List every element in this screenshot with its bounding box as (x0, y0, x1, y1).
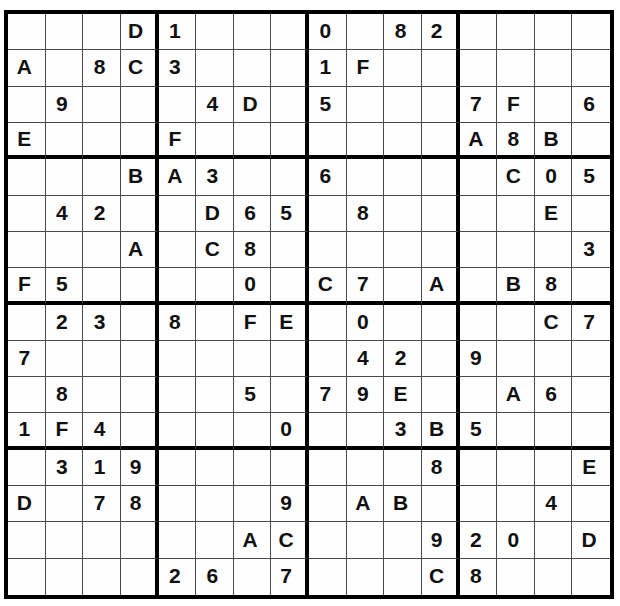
cell-r9c4[interactable] (121, 305, 159, 341)
cell-r9c11[interactable] (384, 305, 422, 341)
cell-r16c5: 2 (159, 559, 197, 595)
given-glyph: F (507, 93, 520, 114)
cell-r11c16[interactable] (572, 377, 610, 413)
cell-r16c8: 7 (271, 559, 309, 595)
cell-r11c9: 7 (309, 377, 347, 413)
cell-r9c12[interactable] (422, 305, 460, 341)
given-glyph: 2 (431, 20, 443, 41)
given-glyph: A (506, 383, 521, 404)
cell-r3c3[interactable] (83, 87, 121, 123)
cell-r7c15[interactable] (535, 232, 573, 268)
given-glyph: 7 (470, 93, 482, 114)
cell-r15c11[interactable] (384, 522, 422, 558)
cell-r16c10[interactable] (347, 559, 385, 595)
given-glyph: 7 (18, 347, 30, 368)
given-glyph: 2 (94, 202, 106, 223)
given-glyph: 2 (470, 529, 482, 550)
cell-r6c4[interactable] (121, 196, 159, 232)
cell-r11c11: E (384, 377, 422, 413)
cell-r16c12: C (422, 559, 460, 595)
cell-r4c9[interactable] (309, 123, 347, 159)
given-glyph: 5 (280, 202, 292, 223)
given-glyph: 8 (508, 128, 520, 149)
cell-r14c11: B (384, 486, 422, 522)
cell-r6c6: D (196, 196, 234, 232)
cell-r1c3[interactable] (83, 14, 121, 50)
cell-r1c15[interactable] (535, 14, 573, 50)
cell-r6c10: 8 (347, 196, 385, 232)
cell-r9c13[interactable] (460, 305, 498, 341)
cell-r16c2[interactable] (46, 559, 84, 595)
given-glyph: 7 (280, 565, 292, 586)
cell-r15c6[interactable] (196, 522, 234, 558)
cell-r3c9: 5 (309, 87, 347, 123)
cell-r16c7[interactable] (234, 559, 272, 595)
cell-r6c2: 4 (46, 196, 84, 232)
cell-r1c16[interactable] (572, 14, 610, 50)
cell-r13c10[interactable] (347, 450, 385, 486)
cell-r12c2: F (46, 413, 84, 449)
given-glyph: 0 (280, 418, 292, 439)
cell-r2c15[interactable] (535, 50, 573, 86)
cell-r8c8[interactable] (271, 268, 309, 304)
given-glyph: 6 (244, 202, 256, 223)
cell-r14c6[interactable] (196, 486, 234, 522)
cell-r5c12[interactable] (422, 159, 460, 195)
cell-r11c6[interactable] (196, 377, 234, 413)
cell-r11c14: A (497, 377, 535, 413)
cell-r8c16[interactable] (572, 268, 610, 304)
cell-r15c8: C (271, 522, 309, 558)
cell-r4c7[interactable] (234, 123, 272, 159)
cell-r8c11[interactable] (384, 268, 422, 304)
cell-r1c14[interactable] (497, 14, 535, 50)
given-glyph: 8 (169, 311, 181, 332)
cell-r14c14[interactable] (497, 486, 535, 522)
cell-r10c5[interactable] (159, 341, 197, 377)
cell-r5c6: 3 (196, 159, 234, 195)
cell-r11c12[interactable] (422, 377, 460, 413)
cell-r7c13[interactable] (460, 232, 498, 268)
cell-r11c3[interactable] (83, 377, 121, 413)
cell-r4c4[interactable] (121, 123, 159, 159)
given-glyph: 7 (357, 273, 369, 294)
cell-r12c1: 1 (8, 413, 46, 449)
cell-r14c8: 9 (271, 486, 309, 522)
cell-r7c16: 3 (572, 232, 610, 268)
cell-r10c16[interactable] (572, 341, 610, 377)
cell-r12c3: 4 (83, 413, 121, 449)
given-glyph: 0 (545, 165, 557, 186)
given-glyph: 3 (169, 56, 181, 77)
cell-r14c12[interactable] (422, 486, 460, 522)
cell-r16c9[interactable] (309, 559, 347, 595)
cell-r16c14[interactable] (497, 559, 535, 595)
cell-r4c2[interactable] (46, 123, 84, 159)
cell-r2c4: C (121, 50, 159, 86)
cell-r13c13[interactable] (460, 450, 498, 486)
cell-r12c9[interactable] (309, 413, 347, 449)
cell-r16c4[interactable] (121, 559, 159, 595)
cell-r2c2[interactable] (46, 50, 84, 86)
cell-r3c13: 7 (460, 87, 498, 123)
cell-r13c6[interactable] (196, 450, 234, 486)
cell-r11c1[interactable] (8, 377, 46, 413)
cell-r10c14[interactable] (497, 341, 535, 377)
cell-r7c9[interactable] (309, 232, 347, 268)
cell-r10c9[interactable] (309, 341, 347, 377)
cell-r13c2: 3 (46, 450, 84, 486)
given-glyph: 1 (94, 456, 106, 477)
cell-r13c4: 9 (121, 450, 159, 486)
cell-r10c4[interactable] (121, 341, 159, 377)
cell-r16c16[interactable] (572, 559, 610, 595)
cell-r10c1: 7 (8, 341, 46, 377)
given-glyph: C (279, 529, 294, 550)
cell-r12c4[interactable] (121, 413, 159, 449)
cell-r5c8[interactable] (271, 159, 309, 195)
cell-r4c1: E (8, 123, 46, 159)
given-glyph: 9 (357, 383, 369, 404)
cell-r6c13[interactable] (460, 196, 498, 232)
given-glyph: B (393, 492, 408, 513)
cell-r3c8[interactable] (271, 87, 309, 123)
cell-r3c4[interactable] (121, 87, 159, 123)
cell-r15c10[interactable] (347, 522, 385, 558)
cell-r12c6[interactable] (196, 413, 234, 449)
cell-r10c15[interactable] (535, 341, 573, 377)
cell-r1c1[interactable] (8, 14, 46, 50)
given-glyph: 7 (583, 311, 595, 332)
cell-r3c1[interactable] (8, 87, 46, 123)
cell-r13c1[interactable] (8, 450, 46, 486)
cell-r12c7[interactable] (234, 413, 272, 449)
cell-r15c9[interactable] (309, 522, 347, 558)
cell-r13c7[interactable] (234, 450, 272, 486)
cell-r8c14: B (497, 268, 535, 304)
given-glyph: 3 (94, 311, 106, 332)
cell-r14c13[interactable] (460, 486, 498, 522)
cell-r6c3: 2 (83, 196, 121, 232)
given-glyph: F (56, 418, 69, 439)
cell-r10c11: 2 (384, 341, 422, 377)
cell-r6c9[interactable] (309, 196, 347, 232)
cell-r1c6[interactable] (196, 14, 234, 50)
cell-r3c11[interactable] (384, 87, 422, 123)
cell-r4c3[interactable] (83, 123, 121, 159)
cell-r7c1[interactable] (8, 232, 46, 268)
cell-r2c11[interactable] (384, 50, 422, 86)
cell-r1c2[interactable] (46, 14, 84, 50)
cell-r12c13: 5 (460, 413, 498, 449)
cell-r6c11[interactable] (384, 196, 422, 232)
given-glyph: 4 (545, 492, 557, 513)
cell-r7c2[interactable] (46, 232, 84, 268)
given-glyph: A (17, 56, 32, 77)
cell-r12c8: 0 (271, 413, 309, 449)
cell-r13c12: 8 (422, 450, 460, 486)
cell-r3c12[interactable] (422, 87, 460, 123)
cell-r1c4: D (121, 14, 159, 50)
cell-r6c14[interactable] (497, 196, 535, 232)
cell-r1c11: 8 (384, 14, 422, 50)
cell-r11c2: 8 (46, 377, 84, 413)
cell-r9c2: 2 (46, 305, 84, 341)
cell-r14c3: 7 (83, 486, 121, 522)
cell-r11c4[interactable] (121, 377, 159, 413)
cell-r12c14[interactable] (497, 413, 535, 449)
cell-r10c7[interactable] (234, 341, 272, 377)
cell-r8c6[interactable] (196, 268, 234, 304)
given-glyph: A (167, 165, 182, 186)
cell-r5c14: C (497, 159, 535, 195)
cell-r10c10: 4 (347, 341, 385, 377)
given-glyph: C (429, 565, 444, 586)
cell-r4c12[interactable] (422, 123, 460, 159)
cell-r6c12[interactable] (422, 196, 460, 232)
given-glyph: 0 (244, 273, 256, 294)
cell-r10c3[interactable] (83, 341, 121, 377)
cell-r11c13[interactable] (460, 377, 498, 413)
given-glyph: 4 (357, 347, 369, 368)
given-glyph: 6 (207, 565, 219, 586)
cell-r4c11[interactable] (384, 123, 422, 159)
given-glyph: F (168, 128, 181, 149)
cell-r12c5[interactable] (159, 413, 197, 449)
cell-r13c8[interactable] (271, 450, 309, 486)
cell-r8c5[interactable] (159, 268, 197, 304)
cell-r12c11: 3 (384, 413, 422, 449)
cell-r2c13[interactable] (460, 50, 498, 86)
cell-r7c11[interactable] (384, 232, 422, 268)
cell-r12c16[interactable] (572, 413, 610, 449)
cell-r5c11[interactable] (384, 159, 422, 195)
given-glyph: A (128, 238, 143, 259)
cell-r2c14[interactable] (497, 50, 535, 86)
given-glyph: 5 (470, 418, 482, 439)
cell-r14c5[interactable] (159, 486, 197, 522)
given-glyph: 8 (431, 456, 443, 477)
given-glyph: B (543, 128, 558, 149)
cell-r5c13[interactable] (460, 159, 498, 195)
given-glyph: 6 (545, 383, 557, 404)
cell-r14c16[interactable] (572, 486, 610, 522)
cell-r3c7: D (234, 87, 272, 123)
cell-r12c15[interactable] (535, 413, 573, 449)
cell-r8c9: C (309, 268, 347, 304)
hexadoku-board: D1082A8C31F94D57F6EFA8BBA36C0542D658EAC8… (4, 10, 614, 599)
cell-r5c10[interactable] (347, 159, 385, 195)
cell-r8c10: 7 (347, 268, 385, 304)
given-glyph: 9 (56, 93, 68, 114)
cell-r1c5: 1 (159, 14, 197, 50)
cell-r1c8[interactable] (271, 14, 309, 50)
cell-r7c5[interactable] (159, 232, 197, 268)
given-glyph: 4 (94, 418, 106, 439)
given-glyph: 8 (94, 56, 106, 77)
cell-r16c3[interactable] (83, 559, 121, 595)
given-glyph: E (582, 456, 596, 477)
cell-r1c12: 2 (422, 14, 460, 50)
cell-r5c3[interactable] (83, 159, 121, 195)
cell-r1c7[interactable] (234, 14, 272, 50)
cell-r3c10[interactable] (347, 87, 385, 123)
cell-r5c2[interactable] (46, 159, 84, 195)
cell-r15c4[interactable] (121, 522, 159, 558)
cell-r9c16: 7 (572, 305, 610, 341)
cell-r5c16: 5 (572, 159, 610, 195)
cell-r13c11[interactable] (384, 450, 422, 486)
cell-r8c7: 0 (234, 268, 272, 304)
cell-r4c6[interactable] (196, 123, 234, 159)
cell-r6c5[interactable] (159, 196, 197, 232)
cell-r14c9[interactable] (309, 486, 347, 522)
cell-r5c7[interactable] (234, 159, 272, 195)
cell-r16c6: 6 (196, 559, 234, 595)
cell-r10c12[interactable] (422, 341, 460, 377)
cell-r8c1: F (8, 268, 46, 304)
cell-r10c13: 9 (460, 341, 498, 377)
cell-r9c10: 0 (347, 305, 385, 341)
cell-r15c12: 9 (422, 522, 460, 558)
cell-r2c10: F (347, 50, 385, 86)
cell-r16c11[interactable] (384, 559, 422, 595)
cell-r15c5[interactable] (159, 522, 197, 558)
cell-r5c4: B (121, 159, 159, 195)
cell-r7c12[interactable] (422, 232, 460, 268)
cell-r9c14[interactable] (497, 305, 535, 341)
cell-r13c9[interactable] (309, 450, 347, 486)
cell-r9c9[interactable] (309, 305, 347, 341)
given-glyph: B (128, 165, 143, 186)
cell-r8c4[interactable] (121, 268, 159, 304)
cell-r16c15[interactable] (535, 559, 573, 595)
given-glyph: F (357, 56, 370, 77)
given-glyph: 8 (470, 565, 482, 586)
cell-r4c13: A (460, 123, 498, 159)
cell-r11c5[interactable] (159, 377, 197, 413)
given-glyph: 2 (169, 565, 181, 586)
cell-r1c13[interactable] (460, 14, 498, 50)
cell-r10c2[interactable] (46, 341, 84, 377)
cell-r2c3: 8 (83, 50, 121, 86)
given-glyph: 5 (56, 273, 68, 294)
cell-r2c9: 1 (309, 50, 347, 86)
cell-r9c7: F (234, 305, 272, 341)
cell-r3c16: 6 (572, 87, 610, 123)
cell-r2c6[interactable] (196, 50, 234, 86)
cell-r15c2[interactable] (46, 522, 84, 558)
cell-r9c1[interactable] (8, 305, 46, 341)
cell-r9c6[interactable] (196, 305, 234, 341)
cell-r4c14: 8 (497, 123, 535, 159)
cell-r9c15: C (535, 305, 573, 341)
cell-r14c2[interactable] (46, 486, 84, 522)
given-glyph: F (18, 273, 31, 294)
cell-r7c6: C (196, 232, 234, 268)
given-glyph: A (355, 492, 370, 513)
cell-r2c12[interactable] (422, 50, 460, 86)
cell-r7c14[interactable] (497, 232, 535, 268)
cell-r15c1[interactable] (8, 522, 46, 558)
cell-r15c3[interactable] (83, 522, 121, 558)
cell-r7c8[interactable] (271, 232, 309, 268)
cell-r4c10[interactable] (347, 123, 385, 159)
cell-r12c10[interactable] (347, 413, 385, 449)
cell-r13c5[interactable] (159, 450, 197, 486)
given-glyph: 1 (18, 418, 30, 439)
cell-r6c15: E (535, 196, 573, 232)
cell-r2c8[interactable] (271, 50, 309, 86)
cell-r16c1[interactable] (8, 559, 46, 595)
cell-r8c15: 8 (535, 268, 573, 304)
given-glyph: E (279, 311, 293, 332)
cell-r10c6[interactable] (196, 341, 234, 377)
given-glyph: 8 (357, 202, 369, 223)
cell-r1c10[interactable] (347, 14, 385, 50)
cell-r5c9: 6 (309, 159, 347, 195)
given-glyph: E (394, 383, 408, 404)
given-glyph: C (543, 311, 558, 332)
given-glyph: D (17, 492, 32, 513)
given-glyph: 8 (56, 383, 68, 404)
cell-r14c10: A (347, 486, 385, 522)
cell-r8c13[interactable] (460, 268, 498, 304)
given-glyph: 4 (56, 202, 68, 223)
given-glyph: 8 (395, 20, 407, 41)
given-glyph: 4 (207, 93, 219, 114)
given-glyph: 0 (319, 20, 331, 41)
cell-r11c8[interactable] (271, 377, 309, 413)
cell-r13c14[interactable] (497, 450, 535, 486)
cell-r13c15[interactable] (535, 450, 573, 486)
given-glyph: F (244, 311, 257, 332)
given-glyph: D (242, 93, 257, 114)
cell-r5c15: 0 (535, 159, 573, 195)
given-glyph: 5 (244, 383, 256, 404)
cell-r14c1: D (8, 486, 46, 522)
cell-r7c10[interactable] (347, 232, 385, 268)
cell-r15c16: D (572, 522, 610, 558)
cell-r14c7[interactable] (234, 486, 272, 522)
cell-r3c2: 9 (46, 87, 84, 123)
given-glyph: 8 (244, 238, 256, 259)
cell-r15c15[interactable] (535, 522, 573, 558)
cell-r4c16[interactable] (572, 123, 610, 159)
cell-r6c1[interactable] (8, 196, 46, 232)
given-glyph: C (205, 238, 220, 259)
cell-r5c1[interactable] (8, 159, 46, 195)
cell-r7c3[interactable] (83, 232, 121, 268)
cell-r11c10: 9 (347, 377, 385, 413)
cell-r9c3: 3 (83, 305, 121, 341)
cell-r3c15[interactable] (535, 87, 573, 123)
cell-r4c8[interactable] (271, 123, 309, 159)
given-glyph: 9 (470, 347, 482, 368)
cell-r2c7[interactable] (234, 50, 272, 86)
cell-r10c8[interactable] (271, 341, 309, 377)
given-glyph: 8 (130, 492, 142, 513)
cell-r2c16[interactable] (572, 50, 610, 86)
cell-r6c16[interactable] (572, 196, 610, 232)
given-glyph: C (318, 273, 333, 294)
given-glyph: 5 (319, 93, 331, 114)
cell-r6c7: 6 (234, 196, 272, 232)
cell-r3c5[interactable] (159, 87, 197, 123)
cell-r4c15: B (535, 123, 573, 159)
cell-r8c3[interactable] (83, 268, 121, 304)
cell-r11c15: 6 (535, 377, 573, 413)
